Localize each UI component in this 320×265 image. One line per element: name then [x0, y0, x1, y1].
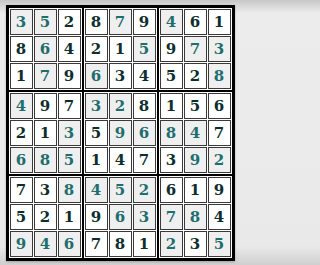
cell-r7c1[interactable]: 7: [10, 177, 33, 203]
cell-r1c2[interactable]: 5: [34, 9, 57, 35]
cell-r3c5[interactable]: 3: [109, 63, 132, 89]
cell-r7c2[interactable]: 3: [34, 177, 57, 203]
cell-r8c5[interactable]: 6: [109, 204, 132, 230]
cell-r3c4[interactable]: 6: [85, 63, 108, 89]
cell-r9c3[interactable]: 6: [58, 231, 81, 257]
cell-r1c3[interactable]: 2: [58, 9, 81, 35]
cell-r9c1[interactable]: 9: [10, 231, 33, 257]
cell-r1c1[interactable]: 3: [10, 9, 33, 35]
cell-r1c6[interactable]: 9: [133, 9, 156, 35]
cell-r8c4[interactable]: 9: [85, 204, 108, 230]
cell-r7c5[interactable]: 5: [109, 177, 132, 203]
cell-r3c2[interactable]: 7: [34, 63, 57, 89]
cell-r8c8[interactable]: 8: [184, 204, 207, 230]
cell-r8c2[interactable]: 2: [34, 204, 57, 230]
cell-r8c9[interactable]: 4: [208, 204, 231, 230]
cell-r7c8[interactable]: 1: [184, 177, 207, 203]
cell-r3c8[interactable]: 2: [184, 63, 207, 89]
box-1-2: 879215634: [83, 7, 158, 91]
cell-r4c6[interactable]: 8: [133, 93, 156, 119]
box-3-1: 738521946: [8, 175, 83, 259]
sudoku-board: 3528641798792156344619735284972136853285…: [6, 5, 235, 261]
box-3-2: 452963781: [83, 175, 158, 259]
cell-r9c4[interactable]: 7: [85, 231, 108, 257]
cell-r3c3[interactable]: 9: [58, 63, 81, 89]
cell-r5c9[interactable]: 7: [208, 120, 231, 146]
cell-r7c7[interactable]: 6: [160, 177, 183, 203]
cell-r4c4[interactable]: 3: [85, 93, 108, 119]
cell-r6c5[interactable]: 4: [109, 147, 132, 173]
cell-r6c1[interactable]: 6: [10, 147, 33, 173]
cell-r2c4[interactable]: 2: [85, 36, 108, 62]
cell-r8c3[interactable]: 1: [58, 204, 81, 230]
cell-r7c6[interactable]: 2: [133, 177, 156, 203]
cell-r7c3[interactable]: 8: [58, 177, 81, 203]
cell-r7c4[interactable]: 4: [85, 177, 108, 203]
cell-r4c1[interactable]: 4: [10, 93, 33, 119]
box-2-1: 497213685: [8, 91, 83, 175]
cell-r1c8[interactable]: 6: [184, 9, 207, 35]
cell-r9c6[interactable]: 1: [133, 231, 156, 257]
cell-r6c7[interactable]: 3: [160, 147, 183, 173]
cell-r4c8[interactable]: 5: [184, 93, 207, 119]
cell-r5c6[interactable]: 6: [133, 120, 156, 146]
cell-r3c9[interactable]: 8: [208, 63, 231, 89]
cell-r3c6[interactable]: 4: [133, 63, 156, 89]
cell-r2c6[interactable]: 5: [133, 36, 156, 62]
box-1-3: 461973528: [158, 7, 233, 91]
cell-r6c3[interactable]: 5: [58, 147, 81, 173]
cell-r4c3[interactable]: 7: [58, 93, 81, 119]
cell-r2c9[interactable]: 3: [208, 36, 231, 62]
cell-r2c5[interactable]: 1: [109, 36, 132, 62]
cell-r3c1[interactable]: 1: [10, 63, 33, 89]
cell-r5c8[interactable]: 4: [184, 120, 207, 146]
cell-r9c5[interactable]: 8: [109, 231, 132, 257]
cell-r6c6[interactable]: 7: [133, 147, 156, 173]
box-1-1: 352864179: [8, 7, 83, 91]
cell-r5c1[interactable]: 2: [10, 120, 33, 146]
cell-r1c5[interactable]: 7: [109, 9, 132, 35]
cell-r1c7[interactable]: 4: [160, 9, 183, 35]
cell-r9c8[interactable]: 3: [184, 231, 207, 257]
cell-r4c2[interactable]: 9: [34, 93, 57, 119]
cell-r2c1[interactable]: 8: [10, 36, 33, 62]
cell-r6c8[interactable]: 9: [184, 147, 207, 173]
cell-r1c4[interactable]: 8: [85, 9, 108, 35]
cell-r2c8[interactable]: 7: [184, 36, 207, 62]
cell-r5c2[interactable]: 1: [34, 120, 57, 146]
cell-r8c7[interactable]: 7: [160, 204, 183, 230]
cell-r9c7[interactable]: 2: [160, 231, 183, 257]
cell-r6c4[interactable]: 1: [85, 147, 108, 173]
cell-r5c4[interactable]: 5: [85, 120, 108, 146]
cell-r2c2[interactable]: 6: [34, 36, 57, 62]
cell-r6c9[interactable]: 2: [208, 147, 231, 173]
cell-r9c2[interactable]: 4: [34, 231, 57, 257]
cell-r8c6[interactable]: 3: [133, 204, 156, 230]
cell-r4c9[interactable]: 6: [208, 93, 231, 119]
cell-r5c3[interactable]: 3: [58, 120, 81, 146]
cell-r4c5[interactable]: 2: [109, 93, 132, 119]
cell-r4c7[interactable]: 1: [160, 93, 183, 119]
box-2-3: 156847392: [158, 91, 233, 175]
page-background: 3528641798792156344619735284972136853285…: [0, 0, 240, 265]
cell-r7c9[interactable]: 9: [208, 177, 231, 203]
cell-r6c2[interactable]: 8: [34, 147, 57, 173]
box-2-2: 328596147: [83, 91, 158, 175]
cell-r5c5[interactable]: 9: [109, 120, 132, 146]
box-3-3: 619784235: [158, 175, 233, 259]
cell-r5c7[interactable]: 8: [160, 120, 183, 146]
cell-r1c9[interactable]: 1: [208, 9, 231, 35]
cell-r2c3[interactable]: 4: [58, 36, 81, 62]
cell-r8c1[interactable]: 5: [10, 204, 33, 230]
cell-r9c9[interactable]: 5: [208, 231, 231, 257]
cell-r2c7[interactable]: 9: [160, 36, 183, 62]
cell-r3c7[interactable]: 5: [160, 63, 183, 89]
